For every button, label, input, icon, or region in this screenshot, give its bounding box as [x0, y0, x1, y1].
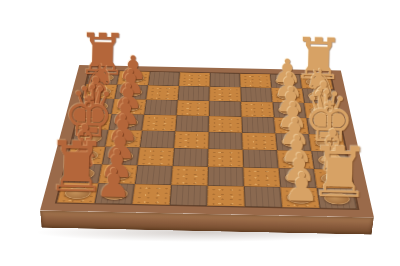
board-square — [170, 185, 208, 206]
board-square — [146, 85, 179, 100]
board-square — [208, 132, 242, 150]
board-square — [174, 131, 209, 149]
board-square — [242, 133, 277, 151]
piece-left-pawn: ♟ — [95, 163, 131, 203]
board-square — [208, 167, 244, 187]
board-square — [207, 186, 245, 207]
board-square — [135, 165, 173, 185]
board-square — [242, 117, 276, 134]
photo-backdrop: ♜♟♟♜♞♟♟♞♝♟♟♝♛♟♟♛♚♟♟♚♝♟♟♝♞♟♟♞♜♟♟♜ — [0, 0, 400, 266]
board-square — [177, 100, 210, 116]
board-square — [209, 116, 242, 133]
board-square — [244, 186, 282, 207]
board-square — [209, 101, 241, 117]
piece-right-rook: ♜ — [308, 137, 372, 208]
board-square — [178, 86, 210, 101]
board-square — [209, 87, 241, 102]
board-square — [132, 184, 171, 205]
board-square — [208, 149, 243, 168]
board-square — [148, 72, 180, 86]
chess-board: ♜♟♟♜♞♟♟♞♝♟♟♝♛♟♟♛♚♟♟♚♝♟♟♝♞♟♟♞♜♟♟♜ — [40, 65, 374, 217]
board-square — [144, 100, 178, 116]
board-square — [173, 148, 209, 167]
board-square — [142, 115, 177, 132]
board-square — [175, 115, 209, 132]
board-square: ♜ — [317, 188, 358, 209]
board-square: ♜ — [57, 183, 98, 204]
board-square — [240, 74, 271, 88]
board-square — [140, 131, 176, 149]
board-grid: ♜♟♟♜♞♟♟♞♝♟♟♝♛♟♟♛♚♟♟♚♝♟♟♝♞♟♟♞♜♟♟♜ — [57, 70, 357, 208]
board-square — [179, 72, 210, 86]
board-square — [240, 87, 272, 102]
board-square — [137, 147, 174, 166]
board-square — [171, 166, 208, 186]
board-square — [243, 167, 280, 187]
board-square — [241, 102, 274, 118]
board-square: ♟ — [95, 183, 135, 204]
board-square — [210, 73, 241, 87]
board-square — [243, 150, 279, 169]
